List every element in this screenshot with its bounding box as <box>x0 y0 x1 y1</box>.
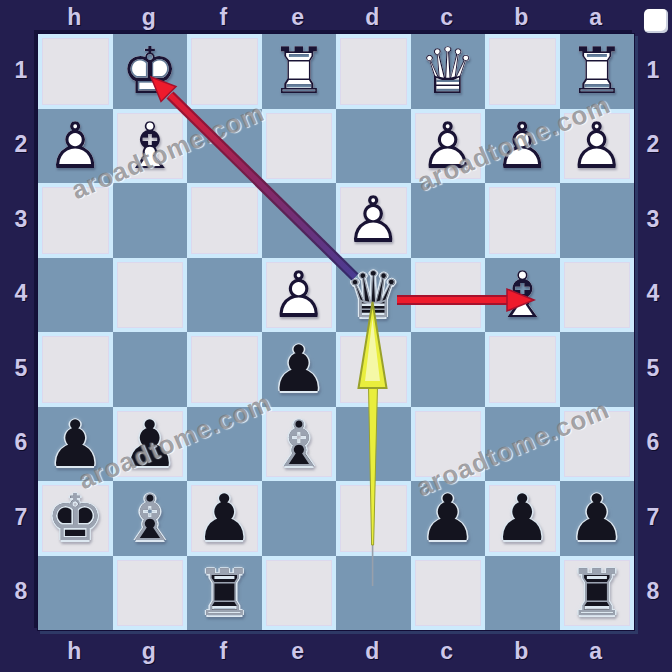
square-h4[interactable] <box>38 258 113 333</box>
square-c5[interactable] <box>411 332 486 407</box>
file-labels-bottom: hgfedcba <box>37 637 633 665</box>
rank-labels-right: 12345678 <box>639 33 667 629</box>
square-e8[interactable] <box>262 556 337 631</box>
square-f7[interactable]: ♟ <box>187 481 262 556</box>
square-b1[interactable] <box>485 34 560 109</box>
file-label-top-b: b <box>484 3 559 31</box>
square-b2[interactable]: ♟♙ <box>485 109 560 184</box>
rank-label-right-2: 2 <box>639 108 667 183</box>
black-pawn-icon: ♟ <box>187 481 262 556</box>
square-f2[interactable] <box>187 109 262 184</box>
square-c4[interactable] <box>411 258 486 333</box>
file-label-top-f: f <box>186 3 261 31</box>
black-pawn-icon: ♟ <box>38 407 113 482</box>
square-b4[interactable]: ♝♗ <box>485 258 560 333</box>
square-d6[interactable] <box>336 407 411 482</box>
rank-label-left-7: 7 <box>7 480 35 555</box>
white-pawn-icon: ♟♙ <box>262 258 337 333</box>
square-e4[interactable]: ♟♙ <box>262 258 337 333</box>
file-labels-top: hgfedcba <box>37 3 633 31</box>
square-h5[interactable] <box>38 332 113 407</box>
square-c2[interactable]: ♟♙ <box>411 109 486 184</box>
square-h1[interactable] <box>38 34 113 109</box>
square-c8[interactable] <box>411 556 486 631</box>
square-g8[interactable] <box>113 556 188 631</box>
file-label-top-a: a <box>559 3 634 31</box>
square-c3[interactable] <box>411 183 486 258</box>
square-a8[interactable]: ♜♖ <box>560 556 635 631</box>
rank-label-right-3: 3 <box>639 182 667 257</box>
rank-label-right-5: 5 <box>639 331 667 406</box>
black-pawn-icon: ♟ <box>485 481 560 556</box>
square-a3[interactable] <box>560 183 635 258</box>
square-d3[interactable]: ♟♙ <box>336 183 411 258</box>
square-d8[interactable] <box>336 556 411 631</box>
square-d4[interactable]: ♛♕ <box>336 258 411 333</box>
square-d1[interactable] <box>336 34 411 109</box>
square-a5[interactable] <box>560 332 635 407</box>
white-rook-icon: ♜♖ <box>262 34 337 109</box>
square-a6[interactable] <box>560 407 635 482</box>
chess-diagram: hgfedcba hgfedcba 12345678 12345678 ♚♔♜♖… <box>0 0 672 672</box>
square-f6[interactable] <box>187 407 262 482</box>
white-pawn-icon: ♟♙ <box>485 109 560 184</box>
square-h6[interactable]: ♟ <box>38 407 113 482</box>
white-pawn-icon: ♟♙ <box>411 109 486 184</box>
file-label-bottom-e: e <box>261 637 336 665</box>
square-g3[interactable] <box>113 183 188 258</box>
black-queen-icon: ♛♕ <box>336 258 411 333</box>
rank-labels-left: 12345678 <box>7 33 35 629</box>
rank-label-right-8: 8 <box>639 555 667 630</box>
square-d2[interactable] <box>336 109 411 184</box>
square-g2[interactable]: ♝♗ <box>113 109 188 184</box>
square-a4[interactable] <box>560 258 635 333</box>
square-h2[interactable]: ♟♙ <box>38 109 113 184</box>
square-d7[interactable] <box>336 481 411 556</box>
white-to-move-indicator-icon <box>644 9 668 33</box>
file-label-top-g: g <box>112 3 187 31</box>
file-label-bottom-f: f <box>186 637 261 665</box>
black-pawn-icon: ♟ <box>411 481 486 556</box>
square-b6[interactable] <box>485 407 560 482</box>
square-g7[interactable]: ♝♗ <box>113 481 188 556</box>
square-f1[interactable] <box>187 34 262 109</box>
black-bishop-icon: ♝♗ <box>113 481 188 556</box>
white-bishop-icon: ♝♗ <box>113 109 188 184</box>
file-label-top-e: e <box>261 3 336 31</box>
black-pawn-icon: ♟ <box>560 481 635 556</box>
white-king-icon: ♚♔ <box>113 34 188 109</box>
square-f3[interactable] <box>187 183 262 258</box>
square-c6[interactable] <box>411 407 486 482</box>
white-rook-icon: ♜♖ <box>560 34 635 109</box>
square-g4[interactable] <box>113 258 188 333</box>
square-b5[interactable] <box>485 332 560 407</box>
square-h3[interactable] <box>38 183 113 258</box>
rank-label-right-7: 7 <box>639 480 667 555</box>
file-label-bottom-d: d <box>335 637 410 665</box>
file-label-bottom-b: b <box>484 637 559 665</box>
square-e5[interactable]: ♟ <box>262 332 337 407</box>
square-e7[interactable] <box>262 481 337 556</box>
black-pawn-icon: ♟ <box>113 407 188 482</box>
board: ♚♔♜♖♛♕♜♖♟♙♝♗♟♙♟♙♟♙♟♙♟♙♛♕♝♗♟♟♟♝♗♚♔♝♗♟♟♟♟♜… <box>37 33 635 631</box>
square-g6[interactable]: ♟ <box>113 407 188 482</box>
rank-label-right-1: 1 <box>639 33 667 108</box>
rank-label-left-8: 8 <box>7 555 35 630</box>
rank-label-left-3: 3 <box>7 182 35 257</box>
black-rook-icon: ♜♖ <box>187 556 262 631</box>
square-e2[interactable] <box>262 109 337 184</box>
square-e1[interactable]: ♜♖ <box>262 34 337 109</box>
white-queen-icon: ♛♕ <box>411 34 486 109</box>
square-e3[interactable] <box>262 183 337 258</box>
square-f8[interactable]: ♜♖ <box>187 556 262 631</box>
black-pawn-icon: ♟ <box>262 332 337 407</box>
square-b3[interactable] <box>485 183 560 258</box>
square-a7[interactable]: ♟ <box>560 481 635 556</box>
black-bishop-icon: ♝♗ <box>262 407 337 482</box>
white-pawn-icon: ♟♙ <box>38 109 113 184</box>
square-d5[interactable] <box>336 332 411 407</box>
square-b7[interactable]: ♟ <box>485 481 560 556</box>
black-king-icon: ♚♔ <box>38 481 113 556</box>
white-pawn-icon: ♟♙ <box>336 183 411 258</box>
square-c1[interactable]: ♛♕ <box>411 34 486 109</box>
square-f4[interactable] <box>187 258 262 333</box>
square-a2[interactable]: ♟♙ <box>560 109 635 184</box>
black-rook-icon: ♜♖ <box>560 556 635 631</box>
file-label-top-h: h <box>37 3 112 31</box>
square-h7[interactable]: ♚♔ <box>38 481 113 556</box>
rank-label-left-4: 4 <box>7 257 35 332</box>
square-h8[interactable] <box>38 556 113 631</box>
white-pawn-icon: ♟♙ <box>560 109 635 184</box>
rank-label-right-4: 4 <box>639 257 667 332</box>
square-g5[interactable] <box>113 332 188 407</box>
file-label-bottom-g: g <box>112 637 187 665</box>
square-f5[interactable] <box>187 332 262 407</box>
rank-label-right-6: 6 <box>639 406 667 481</box>
file-label-bottom-h: h <box>37 637 112 665</box>
rank-label-left-6: 6 <box>7 406 35 481</box>
rank-label-left-1: 1 <box>7 33 35 108</box>
square-a1[interactable]: ♜♖ <box>560 34 635 109</box>
square-e6[interactable]: ♝♗ <box>262 407 337 482</box>
rank-label-left-2: 2 <box>7 108 35 183</box>
file-label-bottom-a: a <box>559 637 634 665</box>
square-c7[interactable]: ♟ <box>411 481 486 556</box>
file-label-bottom-c: c <box>410 637 485 665</box>
white-bishop-icon: ♝♗ <box>485 258 560 333</box>
file-label-top-d: d <box>335 3 410 31</box>
rank-label-left-5: 5 <box>7 331 35 406</box>
square-g1[interactable]: ♚♔ <box>113 34 188 109</box>
file-label-top-c: c <box>410 3 485 31</box>
square-b8[interactable] <box>485 556 560 631</box>
